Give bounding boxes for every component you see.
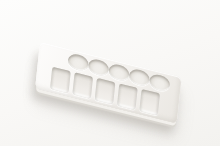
rect-well [116,83,137,110]
rect-well [50,67,71,94]
rect-wells-row [35,42,182,124]
rect-well [139,89,160,116]
rect-well [94,78,115,105]
paint-mixing-tray [35,42,182,124]
studio-background [0,0,220,146]
rect-well [72,72,93,99]
